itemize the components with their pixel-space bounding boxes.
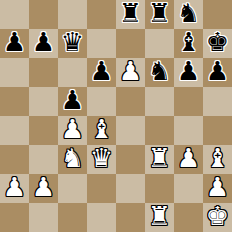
square-g4[interactable] (174, 116, 203, 145)
square-c8[interactable] (58, 0, 87, 29)
square-d2[interactable] (87, 174, 116, 203)
square-d8[interactable] (87, 0, 116, 29)
square-d5[interactable] (87, 87, 116, 116)
square-b5[interactable] (29, 87, 58, 116)
square-a5[interactable] (0, 87, 29, 116)
piece-black-bishop: ♝ (177, 28, 200, 57)
square-a3[interactable] (0, 145, 29, 174)
square-d3[interactable]: ♛ (87, 145, 116, 174)
square-e3[interactable] (116, 145, 145, 174)
square-h6[interactable]: ♟ (203, 58, 232, 87)
square-e7[interactable] (116, 29, 145, 58)
square-e1[interactable] (116, 203, 145, 232)
piece-white-pawn: ♟ (32, 173, 55, 202)
square-g7[interactable]: ♝ (174, 29, 203, 58)
piece-white-pawn: ♟ (206, 173, 229, 202)
square-h4[interactable] (203, 116, 232, 145)
square-d6[interactable]: ♟ (87, 58, 116, 87)
square-c2[interactable] (58, 174, 87, 203)
square-c7[interactable]: ♛ (58, 29, 87, 58)
square-d4[interactable]: ♝ (87, 116, 116, 145)
piece-black-pawn: ♟ (90, 57, 113, 86)
square-g5[interactable] (174, 87, 203, 116)
square-f2[interactable] (145, 174, 174, 203)
piece-black-pawn: ♟ (3, 28, 26, 57)
square-c5[interactable]: ♟ (58, 87, 87, 116)
square-f5[interactable] (145, 87, 174, 116)
piece-black-queen: ♛ (61, 28, 84, 57)
piece-black-rook: ♜ (119, 0, 142, 28)
square-e6[interactable]: ♟ (116, 58, 145, 87)
piece-black-king: ♚ (206, 28, 229, 57)
piece-black-knight: ♞ (177, 0, 200, 28)
piece-black-pawn: ♟ (61, 86, 84, 115)
square-g8[interactable]: ♞ (174, 0, 203, 29)
piece-white-knight: ♞ (61, 144, 84, 173)
square-h5[interactable] (203, 87, 232, 116)
square-b6[interactable] (29, 58, 58, 87)
square-h8[interactable] (203, 0, 232, 29)
piece-black-pawn: ♟ (177, 57, 200, 86)
square-a1[interactable] (0, 203, 29, 232)
square-e2[interactable] (116, 174, 145, 203)
piece-white-rook: ♜ (148, 202, 171, 231)
square-g1[interactable] (174, 203, 203, 232)
square-c6[interactable] (58, 58, 87, 87)
square-e5[interactable] (116, 87, 145, 116)
square-a2[interactable]: ♟ (0, 174, 29, 203)
piece-black-knight: ♞ (148, 57, 171, 86)
piece-white-bishop: ♝ (206, 144, 229, 173)
square-b2[interactable]: ♟ (29, 174, 58, 203)
piece-white-king: ♚ (206, 202, 229, 231)
piece-white-pawn: ♟ (119, 57, 142, 86)
piece-white-pawn: ♟ (177, 144, 200, 173)
square-d1[interactable] (87, 203, 116, 232)
square-h7[interactable]: ♚ (203, 29, 232, 58)
square-d7[interactable] (87, 29, 116, 58)
square-g2[interactable] (174, 174, 203, 203)
square-b7[interactable]: ♟ (29, 29, 58, 58)
piece-white-pawn: ♟ (61, 115, 84, 144)
square-b1[interactable] (29, 203, 58, 232)
square-a7[interactable]: ♟ (0, 29, 29, 58)
square-h2[interactable]: ♟ (203, 174, 232, 203)
square-c4[interactable]: ♟ (58, 116, 87, 145)
piece-white-rook: ♜ (148, 144, 171, 173)
square-f3[interactable]: ♜ (145, 145, 174, 174)
square-e4[interactable] (116, 116, 145, 145)
square-a6[interactable] (0, 58, 29, 87)
piece-white-queen: ♛ (90, 144, 113, 173)
square-b4[interactable] (29, 116, 58, 145)
piece-white-pawn: ♟ (3, 173, 26, 202)
square-e8[interactable]: ♜ (116, 0, 145, 29)
square-c1[interactable] (58, 203, 87, 232)
square-f7[interactable] (145, 29, 174, 58)
square-f6[interactable]: ♞ (145, 58, 174, 87)
chess-board: ♜♜♞♟♟♛♝♚♟♟♞♟♟♟♟♝♞♛♜♟♝♟♟♟♜♚ (0, 0, 232, 232)
square-g6[interactable]: ♟ (174, 58, 203, 87)
piece-black-rook: ♜ (148, 0, 171, 28)
piece-black-pawn: ♟ (32, 28, 55, 57)
piece-black-pawn: ♟ (206, 57, 229, 86)
square-a4[interactable] (0, 116, 29, 145)
square-b8[interactable] (29, 0, 58, 29)
square-g3[interactable]: ♟ (174, 145, 203, 174)
square-a8[interactable] (0, 0, 29, 29)
square-f4[interactable] (145, 116, 174, 145)
piece-white-bishop: ♝ (90, 115, 113, 144)
square-h3[interactable]: ♝ (203, 145, 232, 174)
square-f1[interactable]: ♜ (145, 203, 174, 232)
square-c3[interactable]: ♞ (58, 145, 87, 174)
square-f8[interactable]: ♜ (145, 0, 174, 29)
square-h1[interactable]: ♚ (203, 203, 232, 232)
square-b3[interactable] (29, 145, 58, 174)
